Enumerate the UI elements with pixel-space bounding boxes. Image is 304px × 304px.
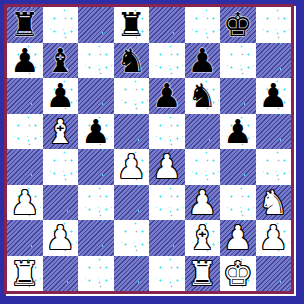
- square-f7[interactable]: ♟: [185, 43, 221, 79]
- square-a8[interactable]: ♜: [7, 7, 43, 43]
- piece-white-pawn[interactable]: ♟: [45, 220, 75, 256]
- square-d3[interactable]: [114, 185, 150, 221]
- square-a5[interactable]: [7, 114, 43, 150]
- square-a1[interactable]: ♜: [7, 256, 43, 292]
- square-e5[interactable]: [149, 114, 185, 150]
- square-d7[interactable]: ♞: [114, 43, 150, 79]
- piece-black-pawn[interactable]: ♟: [223, 114, 253, 150]
- square-b2[interactable]: ♟: [43, 220, 79, 256]
- piece-black-knight[interactable]: ♞: [187, 78, 217, 114]
- square-c2[interactable]: [78, 220, 114, 256]
- piece-black-rook[interactable]: ♜: [116, 7, 146, 43]
- square-e2[interactable]: [149, 220, 185, 256]
- square-f4[interactable]: [185, 149, 221, 185]
- square-b6[interactable]: ♟: [43, 78, 79, 114]
- square-e8[interactable]: [149, 7, 185, 43]
- piece-white-knight[interactable]: ♞: [258, 185, 288, 221]
- piece-black-pawn[interactable]: ♟: [258, 78, 288, 114]
- piece-white-pawn[interactable]: ♟: [187, 185, 217, 221]
- square-e7[interactable]: [149, 43, 185, 79]
- piece-black-pawn[interactable]: ♟: [10, 43, 40, 79]
- piece-white-pawn[interactable]: ♟: [223, 220, 253, 256]
- square-f1[interactable]: ♜: [185, 256, 221, 292]
- square-g8[interactable]: ♚: [220, 7, 256, 43]
- square-d4[interactable]: ♟: [114, 149, 150, 185]
- square-e6[interactable]: ♟: [149, 78, 185, 114]
- chess-board: ♜♜♚♟♝♞♟♟♟♞♟♝♟♟♟♟♟♟♞♟♝♟♟♜♜♚: [7, 7, 291, 291]
- square-d8[interactable]: ♜: [114, 7, 150, 43]
- square-g4[interactable]: [220, 149, 256, 185]
- square-c8[interactable]: [78, 7, 114, 43]
- piece-white-bishop[interactable]: ♝: [45, 114, 75, 150]
- square-g3[interactable]: [220, 185, 256, 221]
- square-c4[interactable]: [78, 149, 114, 185]
- piece-black-bishop[interactable]: ♝: [45, 43, 75, 79]
- square-g1[interactable]: ♚: [220, 256, 256, 292]
- piece-black-rook[interactable]: ♜: [10, 7, 40, 43]
- square-b4[interactable]: [43, 149, 79, 185]
- square-e1[interactable]: [149, 256, 185, 292]
- square-h6[interactable]: ♟: [256, 78, 292, 114]
- board-frame: ♜♜♚♟♝♞♟♟♟♞♟♝♟♟♟♟♟♟♞♟♝♟♟♜♜♚: [4, 4, 294, 294]
- square-g5[interactable]: ♟: [220, 114, 256, 150]
- square-c3[interactable]: [78, 185, 114, 221]
- square-c1[interactable]: [78, 256, 114, 292]
- piece-black-pawn[interactable]: ♟: [187, 43, 217, 79]
- square-h7[interactable]: [256, 43, 292, 79]
- piece-white-rook[interactable]: ♜: [10, 256, 40, 292]
- square-a6[interactable]: [7, 78, 43, 114]
- square-e4[interactable]: ♟: [149, 149, 185, 185]
- square-f2[interactable]: ♝: [185, 220, 221, 256]
- square-d5[interactable]: [114, 114, 150, 150]
- square-h1[interactable]: [256, 256, 292, 292]
- square-b3[interactable]: [43, 185, 79, 221]
- square-h5[interactable]: [256, 114, 292, 150]
- square-g6[interactable]: [220, 78, 256, 114]
- piece-black-pawn[interactable]: ♟: [152, 78, 182, 114]
- piece-white-pawn[interactable]: ♟: [10, 185, 40, 221]
- square-c7[interactable]: [78, 43, 114, 79]
- square-a2[interactable]: [7, 220, 43, 256]
- square-f5[interactable]: [185, 114, 221, 150]
- square-g2[interactable]: ♟: [220, 220, 256, 256]
- piece-white-pawn[interactable]: ♟: [152, 149, 182, 185]
- piece-white-pawn[interactable]: ♟: [258, 220, 288, 256]
- piece-white-rook[interactable]: ♜: [187, 256, 217, 292]
- square-d2[interactable]: [114, 220, 150, 256]
- square-h4[interactable]: [256, 149, 292, 185]
- piece-white-king[interactable]: ♚: [223, 256, 253, 292]
- piece-white-bishop[interactable]: ♝: [187, 220, 217, 256]
- square-c5[interactable]: ♟: [78, 114, 114, 150]
- square-b7[interactable]: ♝: [43, 43, 79, 79]
- piece-black-pawn[interactable]: ♟: [45, 78, 75, 114]
- square-d6[interactable]: [114, 78, 150, 114]
- square-h8[interactable]: [256, 7, 292, 43]
- square-f8[interactable]: [185, 7, 221, 43]
- square-a3[interactable]: ♟: [7, 185, 43, 221]
- square-h2[interactable]: ♟: [256, 220, 292, 256]
- square-a4[interactable]: [7, 149, 43, 185]
- piece-black-knight[interactable]: ♞: [116, 43, 146, 79]
- square-b1[interactable]: [43, 256, 79, 292]
- square-b5[interactable]: ♝: [43, 114, 79, 150]
- square-f3[interactable]: ♟: [185, 185, 221, 221]
- square-g7[interactable]: [220, 43, 256, 79]
- square-h3[interactable]: ♞: [256, 185, 292, 221]
- piece-black-king[interactable]: ♚: [223, 7, 253, 43]
- square-b8[interactable]: [43, 7, 79, 43]
- square-d1[interactable]: [114, 256, 150, 292]
- square-c6[interactable]: [78, 78, 114, 114]
- square-a7[interactable]: ♟: [7, 43, 43, 79]
- square-f6[interactable]: ♞: [185, 78, 221, 114]
- piece-black-pawn[interactable]: ♟: [81, 114, 111, 150]
- square-e3[interactable]: [149, 185, 185, 221]
- piece-white-pawn[interactable]: ♟: [116, 149, 146, 185]
